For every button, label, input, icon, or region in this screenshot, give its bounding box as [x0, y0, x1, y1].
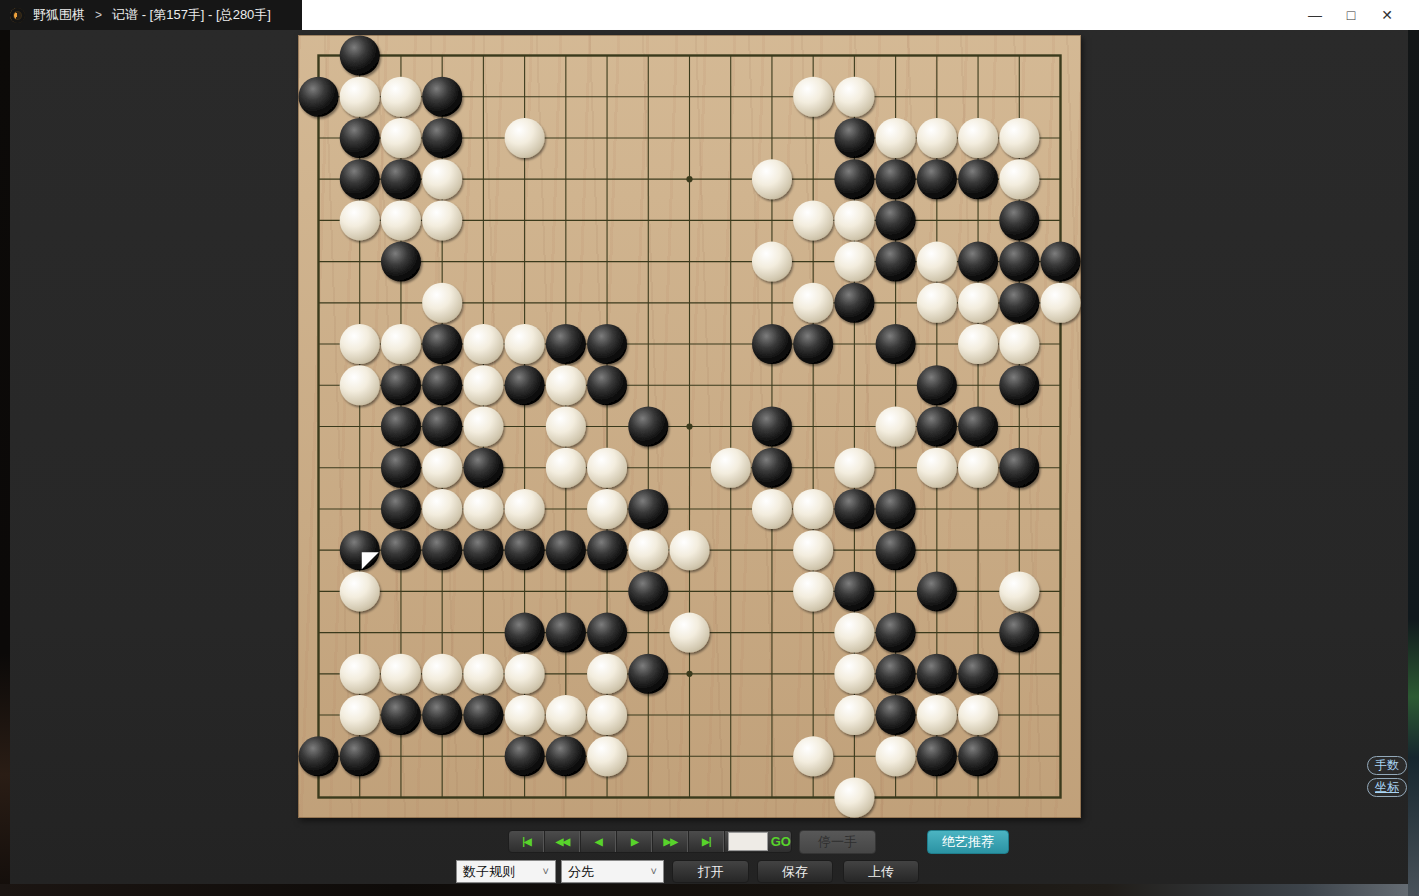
- fast-forward-button[interactable]: ▶▶: [653, 831, 689, 852]
- stone: [505, 736, 545, 776]
- stone: [876, 324, 916, 364]
- opening-select[interactable]: 分先 ˅: [561, 860, 664, 883]
- stone: [505, 365, 545, 405]
- stone: [670, 613, 710, 653]
- stone: [587, 530, 627, 570]
- stone: [628, 530, 668, 570]
- stone: [381, 695, 421, 735]
- stone: [505, 695, 545, 735]
- stone: [422, 448, 462, 488]
- stone: [711, 448, 751, 488]
- stone: [958, 283, 998, 323]
- stone: [999, 365, 1039, 405]
- stone: [876, 200, 916, 240]
- stone: [834, 613, 874, 653]
- stone: [381, 242, 421, 282]
- stone: [958, 159, 998, 199]
- stone: [834, 695, 874, 735]
- stone: [505, 654, 545, 694]
- stone: [463, 448, 503, 488]
- last-move-button[interactable]: ▶|: [689, 831, 725, 852]
- minimize-icon[interactable]: —: [1297, 0, 1333, 30]
- stone: [381, 324, 421, 364]
- stone: [876, 489, 916, 529]
- stone: [834, 571, 874, 611]
- stone: [340, 695, 380, 735]
- stone: [299, 77, 339, 117]
- stone: [917, 242, 957, 282]
- stone: [587, 365, 627, 405]
- stone: [876, 695, 916, 735]
- forward-button[interactable]: ▶: [617, 831, 653, 852]
- go-board[interactable]: [298, 35, 1081, 818]
- stone: [958, 407, 998, 447]
- stone: [876, 530, 916, 570]
- stone: [999, 448, 1039, 488]
- upload-button[interactable]: 上传: [843, 860, 919, 883]
- stone: [299, 736, 339, 776]
- stone: [587, 695, 627, 735]
- stone: [422, 654, 462, 694]
- stone: [546, 736, 586, 776]
- stone: [999, 242, 1039, 282]
- stone: [463, 489, 503, 529]
- chevron-down-icon: ˅: [651, 861, 657, 882]
- breadcrumb-separator: >: [95, 8, 102, 22]
- stone: [917, 159, 957, 199]
- stone: [546, 695, 586, 735]
- stone: [999, 571, 1039, 611]
- stone: [876, 407, 916, 447]
- stone: [587, 324, 627, 364]
- open-button[interactable]: 打开: [672, 860, 749, 883]
- rule-select-value: 数子规则: [463, 864, 515, 879]
- stone: [463, 324, 503, 364]
- stone: [340, 159, 380, 199]
- stone: [793, 530, 833, 570]
- stone: [793, 489, 833, 529]
- app-main-area: |◀ ◀◀ ◀ ▶ ▶▶ ▶| GO 停一手 绝艺推荐 数子规则 ˅ 分先 ˅ …: [10, 30, 1408, 884]
- stone: [505, 324, 545, 364]
- desktop-wallpaper-bottom: [0, 884, 1419, 896]
- stone: [876, 118, 916, 158]
- back-button[interactable]: ◀: [581, 831, 617, 852]
- stone: [628, 571, 668, 611]
- save-button[interactable]: 保存: [757, 860, 833, 883]
- stone: [999, 159, 1039, 199]
- stone: [999, 200, 1039, 240]
- stone: [917, 283, 957, 323]
- stone: [340, 530, 380, 570]
- stone: [834, 654, 874, 694]
- stone: [463, 530, 503, 570]
- stone: [917, 695, 957, 735]
- stone: [834, 448, 874, 488]
- stone: [876, 654, 916, 694]
- stone: [958, 448, 998, 488]
- stone: [546, 613, 586, 653]
- titlebar: 野狐围棋 > 记谱 - [第157手] - [总280手] — □ ✕: [0, 0, 1419, 30]
- stone: [381, 159, 421, 199]
- fast-back-button[interactable]: ◀◀: [545, 831, 581, 852]
- stone: [422, 407, 462, 447]
- go-board-svg: [298, 35, 1081, 818]
- first-move-button[interactable]: |◀: [509, 831, 545, 852]
- toggle-move-numbers-button[interactable]: 手数: [1367, 756, 1407, 775]
- stone: [422, 77, 462, 117]
- window-controls: — □ ✕: [1297, 0, 1405, 30]
- stone: [463, 407, 503, 447]
- stone: [752, 448, 792, 488]
- stone: [546, 365, 586, 405]
- stone: [917, 407, 957, 447]
- chevron-down-icon: ˅: [543, 861, 549, 882]
- stone: [793, 77, 833, 117]
- desktop-wallpaper-left: [0, 30, 10, 896]
- stone: [340, 654, 380, 694]
- stone: [422, 118, 462, 158]
- stone: [463, 365, 503, 405]
- stone: [999, 118, 1039, 158]
- move-number-input[interactable]: [728, 832, 768, 851]
- stone: [793, 571, 833, 611]
- stone: [340, 324, 380, 364]
- stone: [381, 77, 421, 117]
- ai-recommend-button[interactable]: 绝艺推荐: [927, 830, 1009, 854]
- stone: [546, 407, 586, 447]
- screen: 野狐围棋 > 记谱 - [第157手] - [总280手] — □ ✕ |◀ ◀…: [0, 0, 1419, 896]
- stone: [422, 695, 462, 735]
- stone: [834, 283, 874, 323]
- breadcrumb: 记谱 - [第157手] - [总280手]: [112, 6, 271, 24]
- stone: [340, 118, 380, 158]
- stone: [917, 118, 957, 158]
- toggle-coordinates-button[interactable]: 坐标: [1367, 778, 1407, 797]
- stone: [340, 77, 380, 117]
- stone: [546, 530, 586, 570]
- stone: [793, 324, 833, 364]
- stone: [381, 654, 421, 694]
- nav-toolbar: |◀ ◀◀ ◀ ▶ ▶▶ ▶| GO: [508, 830, 792, 853]
- stone: [670, 530, 710, 570]
- stone: [546, 324, 586, 364]
- stone: [793, 736, 833, 776]
- stone: [752, 407, 792, 447]
- stone: [834, 200, 874, 240]
- stone: [505, 613, 545, 653]
- stone: [793, 283, 833, 323]
- stone: [958, 118, 998, 158]
- stone: [958, 324, 998, 364]
- stone: [422, 159, 462, 199]
- rule-select[interactable]: 数子规则 ˅: [456, 860, 556, 883]
- stone: [340, 36, 380, 76]
- stone: [752, 489, 792, 529]
- stone: [628, 489, 668, 529]
- stone: [505, 530, 545, 570]
- stone: [422, 283, 462, 323]
- stone: [546, 448, 586, 488]
- stone: [834, 159, 874, 199]
- stone: [999, 613, 1039, 653]
- stone: [917, 654, 957, 694]
- stone: [999, 324, 1039, 364]
- stone: [587, 736, 627, 776]
- stone: [381, 407, 421, 447]
- stone: [381, 489, 421, 529]
- pass-button[interactable]: 停一手: [799, 830, 876, 854]
- stone: [381, 365, 421, 405]
- stone: [340, 571, 380, 611]
- stone: [876, 242, 916, 282]
- stone: [752, 242, 792, 282]
- stone: [381, 200, 421, 240]
- opening-select-value: 分先: [568, 864, 594, 879]
- stone: [834, 242, 874, 282]
- stone: [628, 407, 668, 447]
- stone: [587, 489, 627, 529]
- stone: [381, 448, 421, 488]
- stone: [422, 530, 462, 570]
- stone: [505, 489, 545, 529]
- stone: [463, 695, 503, 735]
- maximize-icon[interactable]: □: [1333, 0, 1369, 30]
- stone: [463, 654, 503, 694]
- stone: [876, 736, 916, 776]
- stone: [422, 200, 462, 240]
- stone: [587, 654, 627, 694]
- stone: [793, 200, 833, 240]
- titlebar-app-section: 野狐围棋 > 记谱 - [第157手] - [总280手]: [0, 0, 302, 30]
- stone: [422, 489, 462, 529]
- stone: [917, 448, 957, 488]
- stone: [999, 283, 1039, 323]
- stone: [917, 365, 957, 405]
- stone: [422, 324, 462, 364]
- stone: [587, 613, 627, 653]
- stone: [587, 448, 627, 488]
- stone: [381, 530, 421, 570]
- stone: [958, 695, 998, 735]
- stone: [834, 778, 874, 818]
- stone: [917, 736, 957, 776]
- stone: [958, 736, 998, 776]
- stone: [340, 200, 380, 240]
- stone: [834, 489, 874, 529]
- stone: [752, 159, 792, 199]
- stone: [340, 365, 380, 405]
- stone: [958, 654, 998, 694]
- stone: [917, 571, 957, 611]
- stone: [1041, 242, 1081, 282]
- stone: [876, 159, 916, 199]
- go-button[interactable]: GO: [771, 834, 791, 849]
- stone: [422, 365, 462, 405]
- stone: [876, 613, 916, 653]
- app-logo-icon: [10, 8, 25, 23]
- stone: [834, 118, 874, 158]
- stone: [505, 118, 545, 158]
- stone: [1041, 283, 1081, 323]
- stone: [834, 77, 874, 117]
- stone: [958, 242, 998, 282]
- close-icon[interactable]: ✕: [1369, 0, 1405, 30]
- app-name: 野狐围棋: [33, 6, 85, 24]
- desktop-wallpaper-right: [1408, 30, 1419, 896]
- stone: [628, 654, 668, 694]
- stone: [340, 736, 380, 776]
- stone: [752, 324, 792, 364]
- stone: [381, 118, 421, 158]
